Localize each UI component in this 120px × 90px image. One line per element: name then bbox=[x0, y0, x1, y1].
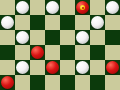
square-r2c5[interactable] bbox=[75, 30, 90, 45]
checkers-game-view bbox=[0, 0, 120, 90]
red-king-piece[interactable] bbox=[76, 1, 89, 14]
square-r4c2[interactable] bbox=[30, 60, 45, 75]
square-r5c5[interactable] bbox=[75, 75, 90, 90]
square-r0c6[interactable] bbox=[90, 0, 105, 15]
square-r1c4[interactable] bbox=[60, 15, 75, 30]
square-r0c2[interactable] bbox=[30, 0, 45, 15]
red-piece[interactable] bbox=[31, 46, 44, 59]
white-piece[interactable] bbox=[76, 61, 89, 74]
square-r2c7[interactable] bbox=[105, 30, 120, 45]
square-r2c4[interactable] bbox=[60, 30, 75, 45]
square-r5c2[interactable] bbox=[30, 75, 45, 90]
square-r3c3[interactable] bbox=[45, 45, 60, 60]
white-piece[interactable] bbox=[91, 16, 104, 29]
white-piece[interactable] bbox=[16, 61, 29, 74]
white-piece[interactable] bbox=[16, 31, 29, 44]
square-r4c1[interactable] bbox=[15, 60, 30, 75]
square-r5c4[interactable] bbox=[60, 75, 75, 90]
square-r3c4[interactable] bbox=[60, 45, 75, 60]
square-r4c5[interactable] bbox=[75, 60, 90, 75]
square-r3c1[interactable] bbox=[15, 45, 30, 60]
square-r1c1[interactable] bbox=[15, 15, 30, 30]
square-r3c7[interactable] bbox=[105, 45, 120, 60]
square-r4c3[interactable] bbox=[45, 60, 60, 75]
square-r3c6[interactable] bbox=[90, 45, 105, 60]
square-r1c7[interactable] bbox=[105, 15, 120, 30]
square-r4c6[interactable] bbox=[90, 60, 105, 75]
square-r4c0[interactable] bbox=[0, 60, 15, 75]
square-r5c7[interactable] bbox=[105, 75, 120, 90]
square-r1c3[interactable] bbox=[45, 15, 60, 30]
square-r3c2[interactable] bbox=[30, 45, 45, 60]
square-r2c6[interactable] bbox=[90, 30, 105, 45]
square-r4c4[interactable] bbox=[60, 60, 75, 75]
square-r4c7[interactable] bbox=[105, 60, 120, 75]
white-piece[interactable] bbox=[1, 16, 14, 29]
square-r2c3[interactable] bbox=[45, 30, 60, 45]
king-crown-icon bbox=[80, 5, 85, 10]
square-r1c6[interactable] bbox=[90, 15, 105, 30]
square-r5c1[interactable] bbox=[15, 75, 30, 90]
white-piece[interactable] bbox=[16, 1, 29, 14]
square-r2c2[interactable] bbox=[30, 30, 45, 45]
square-r2c1[interactable] bbox=[15, 30, 30, 45]
square-r3c0[interactable] bbox=[0, 45, 15, 60]
square-r5c6[interactable] bbox=[90, 75, 105, 90]
white-piece[interactable] bbox=[106, 1, 119, 14]
square-r5c3[interactable] bbox=[45, 75, 60, 90]
square-r0c4[interactable] bbox=[60, 0, 75, 15]
square-r1c2[interactable] bbox=[30, 15, 45, 30]
checkers-board bbox=[0, 0, 120, 90]
square-r0c1[interactable] bbox=[15, 0, 30, 15]
square-r1c0[interactable] bbox=[0, 15, 15, 30]
square-r0c5[interactable] bbox=[75, 0, 90, 15]
square-r0c7[interactable] bbox=[105, 0, 120, 15]
red-piece[interactable] bbox=[46, 61, 59, 74]
red-piece[interactable] bbox=[106, 61, 119, 74]
white-piece[interactable] bbox=[46, 1, 59, 14]
square-r5c0[interactable] bbox=[0, 75, 15, 90]
square-r1c5[interactable] bbox=[75, 15, 90, 30]
square-r0c3[interactable] bbox=[45, 0, 60, 15]
red-piece[interactable] bbox=[1, 76, 14, 89]
white-piece[interactable] bbox=[76, 31, 89, 44]
square-r0c0[interactable] bbox=[0, 0, 15, 15]
square-r2c0[interactable] bbox=[0, 30, 15, 45]
square-r3c5[interactable] bbox=[75, 45, 90, 60]
